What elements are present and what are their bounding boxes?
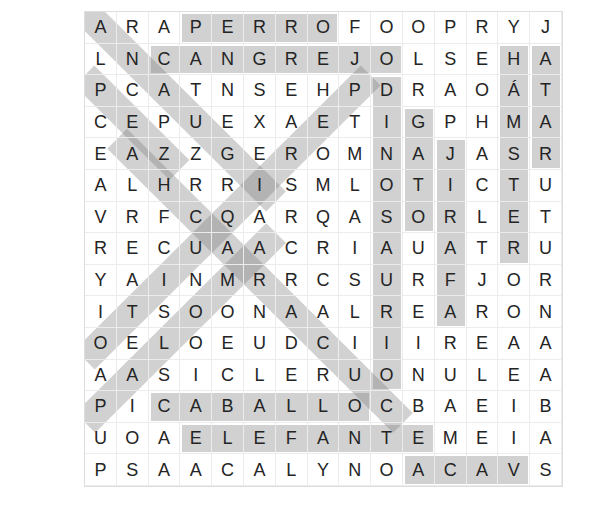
- grid-cell-r7c9[interactable]: A: [339, 202, 371, 234]
- grid-cell-r3c12[interactable]: A: [435, 75, 467, 107]
- grid-cell-r14c9[interactable]: N: [339, 423, 371, 455]
- grid-cell-r7c15[interactable]: T: [530, 202, 562, 234]
- grid-cell-r4c14[interactable]: M: [498, 107, 530, 139]
- grid-cell-r14c8[interactable]: A: [308, 423, 340, 455]
- grid-cell-r15c10[interactable]: O: [371, 454, 403, 486]
- grid-cell-r2c7[interactable]: R: [276, 44, 308, 76]
- grid-cell-r5c8[interactable]: O: [308, 138, 340, 170]
- grid-cell-r3c9[interactable]: P: [339, 75, 371, 107]
- grid-cell-r1c15[interactable]: J: [530, 12, 562, 44]
- grid-cell-r5c14[interactable]: S: [498, 138, 530, 170]
- grid-cell-r12c14[interactable]: E: [498, 360, 530, 392]
- grid-cell-r8c7[interactable]: C: [276, 233, 308, 265]
- grid-cell-r5c13[interactable]: A: [467, 138, 499, 170]
- grid-cell-r3c6[interactable]: S: [244, 75, 276, 107]
- grid-cell-r13c14[interactable]: I: [498, 391, 530, 423]
- grid-cell-r13c4[interactable]: A: [180, 391, 212, 423]
- grid-cell-r4c1[interactable]: C: [85, 107, 117, 139]
- grid-cell-r4c12[interactable]: P: [435, 107, 467, 139]
- grid-cell-r11c9[interactable]: I: [339, 328, 371, 360]
- grid-cell-r5c5[interactable]: G: [212, 138, 244, 170]
- grid-cell-r10c6[interactable]: N: [244, 296, 276, 328]
- grid-cell-r14c13[interactable]: E: [467, 423, 499, 455]
- grid-cell-r10c15[interactable]: N: [530, 296, 562, 328]
- grid-cell-r2c4[interactable]: A: [180, 44, 212, 76]
- grid-cell-r3c13[interactable]: O: [467, 75, 499, 107]
- grid-cell-r3c2[interactable]: C: [117, 75, 149, 107]
- grid-cell-r14c4[interactable]: E: [180, 423, 212, 455]
- grid-cell-r12c3[interactable]: S: [149, 360, 181, 392]
- grid-cell-r6c7[interactable]: S: [276, 170, 308, 202]
- grid-cell-r12c5[interactable]: C: [212, 360, 244, 392]
- grid-cell-r7c2[interactable]: R: [117, 202, 149, 234]
- grid-cell-r9c2[interactable]: A: [117, 265, 149, 297]
- grid-cell-r3c3[interactable]: A: [149, 75, 181, 107]
- grid-cell-r9c5[interactable]: M: [212, 265, 244, 297]
- grid-cell-r14c15[interactable]: A: [530, 423, 562, 455]
- grid-cell-r9c8[interactable]: C: [308, 265, 340, 297]
- grid-cell-r10c8[interactable]: A: [308, 296, 340, 328]
- grid-cell-r1c4[interactable]: P: [180, 12, 212, 44]
- grid-cell-r4c15[interactable]: A: [530, 107, 562, 139]
- grid-cell-r1c3[interactable]: A: [149, 12, 181, 44]
- grid-cell-r7c5[interactable]: Q: [212, 202, 244, 234]
- grid-cell-r13c5[interactable]: B: [212, 391, 244, 423]
- grid-cell-r15c3[interactable]: A: [149, 454, 181, 486]
- grid-cell-r5c6[interactable]: E: [244, 138, 276, 170]
- grid-cell-r10c7[interactable]: A: [276, 296, 308, 328]
- grid-cell-r6c9[interactable]: L: [339, 170, 371, 202]
- grid-cell-r13c3[interactable]: C: [149, 391, 181, 423]
- grid-cell-r8c8[interactable]: R: [308, 233, 340, 265]
- grid-cell-r2c5[interactable]: N: [212, 44, 244, 76]
- grid-cell-r15c12[interactable]: C: [435, 454, 467, 486]
- grid-cell-r15c7[interactable]: L: [276, 454, 308, 486]
- grid-cell-r14c3[interactable]: A: [149, 423, 181, 455]
- grid-cell-r13c13[interactable]: E: [467, 391, 499, 423]
- grid-cell-r7c10[interactable]: S: [371, 202, 403, 234]
- grid-cell-r4c10[interactable]: I: [371, 107, 403, 139]
- grid-cell-r2c2[interactable]: N: [117, 44, 149, 76]
- grid-cell-r5c1[interactable]: E: [85, 138, 117, 170]
- grid-cell-r12c4[interactable]: I: [180, 360, 212, 392]
- grid-cell-r11c11[interactable]: I: [403, 328, 435, 360]
- grid-cell-r5c4[interactable]: Z: [180, 138, 212, 170]
- grid-cell-r14c10[interactable]: T: [371, 423, 403, 455]
- grid-cell-r5c3[interactable]: Z: [149, 138, 181, 170]
- grid-cell-r13c10[interactable]: C: [371, 391, 403, 423]
- grid-cell-r3c4[interactable]: T: [180, 75, 212, 107]
- grid-cell-r10c13[interactable]: R: [467, 296, 499, 328]
- grid-cell-r7c1[interactable]: V: [85, 202, 117, 234]
- grid-cell-r13c7[interactable]: L: [276, 391, 308, 423]
- grid-cell-r13c9[interactable]: O: [339, 391, 371, 423]
- grid-cell-r8c13[interactable]: T: [467, 233, 499, 265]
- grid-cell-r3c5[interactable]: N: [212, 75, 244, 107]
- grid-cell-r14c2[interactable]: O: [117, 423, 149, 455]
- grid-cell-r2c8[interactable]: E: [308, 44, 340, 76]
- grid-cell-r15c1[interactable]: P: [85, 454, 117, 486]
- grid-cell-r13c8[interactable]: L: [308, 391, 340, 423]
- grid-cell-r8c4[interactable]: U: [180, 233, 212, 265]
- grid-cell-r2c3[interactable]: C: [149, 44, 181, 76]
- grid-cell-r11c13[interactable]: E: [467, 328, 499, 360]
- grid-cell-r7c11[interactable]: O: [403, 202, 435, 234]
- grid-cell-r3c1[interactable]: P: [85, 75, 117, 107]
- grid-cell-r4c7[interactable]: A: [276, 107, 308, 139]
- grid-cell-r7c7[interactable]: R: [276, 202, 308, 234]
- grid-cell-r10c14[interactable]: O: [498, 296, 530, 328]
- grid-cell-r4c6[interactable]: X: [244, 107, 276, 139]
- grid-cell-r2c1[interactable]: L: [85, 44, 117, 76]
- grid-cell-r15c8[interactable]: Y: [308, 454, 340, 486]
- grid-cell-r7c13[interactable]: L: [467, 202, 499, 234]
- grid-cell-r2c10[interactable]: O: [371, 44, 403, 76]
- grid-cell-r10c1[interactable]: I: [85, 296, 117, 328]
- grid-cell-r1c13[interactable]: R: [467, 12, 499, 44]
- grid-cell-r1c2[interactable]: R: [117, 12, 149, 44]
- grid-cell-r5c15[interactable]: R: [530, 138, 562, 170]
- grid-cell-r1c1[interactable]: A: [85, 12, 117, 44]
- grid-cell-r11c14[interactable]: A: [498, 328, 530, 360]
- grid-cell-r8c6[interactable]: A: [244, 233, 276, 265]
- grid-cell-r6c12[interactable]: I: [435, 170, 467, 202]
- grid-cell-r8c5[interactable]: A: [212, 233, 244, 265]
- grid-cell-r8c9[interactable]: I: [339, 233, 371, 265]
- grid-cell-r12c8[interactable]: R: [308, 360, 340, 392]
- grid-cell-r15c15[interactable]: S: [530, 454, 562, 486]
- grid-cell-r9c12[interactable]: F: [435, 265, 467, 297]
- grid-cell-r3c8[interactable]: H: [308, 75, 340, 107]
- grid-cell-r6c6[interactable]: I: [244, 170, 276, 202]
- grid-cell-r10c4[interactable]: O: [180, 296, 212, 328]
- letter-grid: ARAPERROFOOPRYJLNCANGREJOLSEHAPCATNSEHPD…: [85, 12, 562, 486]
- grid-cell-r11c4[interactable]: O: [180, 328, 212, 360]
- grid-cell-r7c3[interactable]: F: [149, 202, 181, 234]
- grid-cell-r15c13[interactable]: A: [467, 454, 499, 486]
- grid-cell-r9c7[interactable]: R: [276, 265, 308, 297]
- grid-cell-r12c12[interactable]: U: [435, 360, 467, 392]
- grid-cell-r5c7[interactable]: R: [276, 138, 308, 170]
- grid-cell-r4c2[interactable]: E: [117, 107, 149, 139]
- grid-cell-r4c5[interactable]: E: [212, 107, 244, 139]
- grid-cell-r6c1[interactable]: A: [85, 170, 117, 202]
- grid-cell-r1c6[interactable]: R: [244, 12, 276, 44]
- grid-cell-r14c1[interactable]: U: [85, 423, 117, 455]
- grid-cell-r11c8[interactable]: C: [308, 328, 340, 360]
- grid-cell-r4c4[interactable]: U: [180, 107, 212, 139]
- grid-cell-r12c9[interactable]: U: [339, 360, 371, 392]
- grid-cell-r3c7[interactable]: E: [276, 75, 308, 107]
- grid-cell-r8c10[interactable]: A: [371, 233, 403, 265]
- grid-cell-r6c13[interactable]: C: [467, 170, 499, 202]
- grid-cell-r9c4[interactable]: N: [180, 265, 212, 297]
- grid-cell-r11c2[interactable]: E: [117, 328, 149, 360]
- grid-cell-r13c15[interactable]: B: [530, 391, 562, 423]
- grid-cell-r12c6[interactable]: L: [244, 360, 276, 392]
- grid-cell-r5c12[interactable]: J: [435, 138, 467, 170]
- grid-cell-r11c12[interactable]: R: [435, 328, 467, 360]
- grid-cell-r1c12[interactable]: P: [435, 12, 467, 44]
- grid-cell-r12c15[interactable]: A: [530, 360, 562, 392]
- grid-cell-r8c11[interactable]: U: [403, 233, 435, 265]
- grid-cell-r10c12[interactable]: A: [435, 296, 467, 328]
- grid-cell-r15c9[interactable]: N: [339, 454, 371, 486]
- grid-cell-r2c9[interactable]: J: [339, 44, 371, 76]
- grid-cell-r12c1[interactable]: A: [85, 360, 117, 392]
- grid-cell-r9c15[interactable]: R: [530, 265, 562, 297]
- grid-cell-r4c11[interactable]: G: [403, 107, 435, 139]
- grid-cell-r1c7[interactable]: R: [276, 12, 308, 44]
- grid-cell-r3c10[interactable]: D: [371, 75, 403, 107]
- grid-cell-r8c12[interactable]: A: [435, 233, 467, 265]
- grid-cell-r2c12[interactable]: S: [435, 44, 467, 76]
- grid-cell-r12c13[interactable]: L: [467, 360, 499, 392]
- word-search-board: ARAPERROFOOPRYJLNCANGREJOLSEHAPCATNSEHPD…: [84, 11, 563, 487]
- grid-cell-r11c3[interactable]: L: [149, 328, 181, 360]
- grid-cell-r11c1[interactable]: O: [85, 328, 117, 360]
- grid-cell-r12c7[interactable]: E: [276, 360, 308, 392]
- grid-cell-r7c6[interactable]: A: [244, 202, 276, 234]
- grid-cell-r8c15[interactable]: U: [530, 233, 562, 265]
- grid-cell-r13c2[interactable]: I: [117, 391, 149, 423]
- grid-cell-r6c14[interactable]: T: [498, 170, 530, 202]
- grid-cell-r10c5[interactable]: O: [212, 296, 244, 328]
- grid-cell-r13c1[interactable]: P: [85, 391, 117, 423]
- grid-cell-r9c9[interactable]: S: [339, 265, 371, 297]
- grid-cell-r11c15[interactable]: A: [530, 328, 562, 360]
- grid-cell-r6c4[interactable]: R: [180, 170, 212, 202]
- grid-cell-r11c7[interactable]: D: [276, 328, 308, 360]
- grid-cell-r12c11[interactable]: N: [403, 360, 435, 392]
- grid-cell-r1c5[interactable]: E: [212, 12, 244, 44]
- grid-cell-r11c5[interactable]: E: [212, 328, 244, 360]
- grid-cell-r3c14[interactable]: Á: [498, 75, 530, 107]
- grid-cell-r2c15[interactable]: A: [530, 44, 562, 76]
- grid-cell-r5c11[interactable]: A: [403, 138, 435, 170]
- grid-cell-r4c8[interactable]: E: [308, 107, 340, 139]
- grid-cell-r8c1[interactable]: R: [85, 233, 117, 265]
- grid-cell-r6c5[interactable]: R: [212, 170, 244, 202]
- grid-cell-r3c11[interactable]: R: [403, 75, 435, 107]
- grid-cell-r14c7[interactable]: F: [276, 423, 308, 455]
- grid-cell-r6c2[interactable]: L: [117, 170, 149, 202]
- grid-cell-r11c6[interactable]: U: [244, 328, 276, 360]
- grid-cell-r1c8[interactable]: O: [308, 12, 340, 44]
- grid-cell-r15c5[interactable]: C: [212, 454, 244, 486]
- grid-cell-r5c2[interactable]: A: [117, 138, 149, 170]
- grid-cell-r11c10[interactable]: I: [371, 328, 403, 360]
- grid-cell-r3c15[interactable]: T: [530, 75, 562, 107]
- grid-cell-r10c3[interactable]: S: [149, 296, 181, 328]
- grid-cell-r14c14[interactable]: I: [498, 423, 530, 455]
- grid-cell-r13c12[interactable]: A: [435, 391, 467, 423]
- grid-cell-r13c6[interactable]: A: [244, 391, 276, 423]
- grid-cell-r10c9[interactable]: L: [339, 296, 371, 328]
- grid-cell-r2c14[interactable]: H: [498, 44, 530, 76]
- grid-cell-r7c12[interactable]: R: [435, 202, 467, 234]
- grid-cell-r13c11[interactable]: B: [403, 391, 435, 423]
- grid-cell-r9c14[interactable]: O: [498, 265, 530, 297]
- grid-cell-r7c8[interactable]: Q: [308, 202, 340, 234]
- grid-cell-r8c14[interactable]: R: [498, 233, 530, 265]
- grid-cell-r15c14[interactable]: V: [498, 454, 530, 486]
- grid-cell-r7c4[interactable]: C: [180, 202, 212, 234]
- grid-cell-r9c13[interactable]: J: [467, 265, 499, 297]
- grid-cell-r4c13[interactable]: H: [467, 107, 499, 139]
- grid-cell-r12c10[interactable]: O: [371, 360, 403, 392]
- grid-cell-r9c10[interactable]: U: [371, 265, 403, 297]
- grid-cell-r15c2[interactable]: S: [117, 454, 149, 486]
- grid-cell-r7c14[interactable]: E: [498, 202, 530, 234]
- grid-cell-r6c8[interactable]: M: [308, 170, 340, 202]
- grid-cell-r6c3[interactable]: H: [149, 170, 181, 202]
- grid-cell-r10c10[interactable]: R: [371, 296, 403, 328]
- grid-cell-r2c11[interactable]: L: [403, 44, 435, 76]
- grid-cell-r12c2[interactable]: A: [117, 360, 149, 392]
- grid-cell-r15c6[interactable]: A: [244, 454, 276, 486]
- grid-cell-r5c9[interactable]: M: [339, 138, 371, 170]
- grid-cell-r5c10[interactable]: N: [371, 138, 403, 170]
- grid-cell-r14c11[interactable]: E: [403, 423, 435, 455]
- grid-cell-r10c11[interactable]: E: [403, 296, 435, 328]
- grid-cell-r14c12[interactable]: M: [435, 423, 467, 455]
- grid-cell-r2c13[interactable]: E: [467, 44, 499, 76]
- grid-cell-r14c5[interactable]: L: [212, 423, 244, 455]
- grid-cell-r9c11[interactable]: R: [403, 265, 435, 297]
- grid-cell-r10c2[interactable]: T: [117, 296, 149, 328]
- grid-cell-r1c14[interactable]: Y: [498, 12, 530, 44]
- grid-cell-r1c9[interactable]: F: [339, 12, 371, 44]
- grid-cell-r2c6[interactable]: G: [244, 44, 276, 76]
- grid-cell-r8c3[interactable]: C: [149, 233, 181, 265]
- grid-cell-r14c6[interactable]: E: [244, 423, 276, 455]
- grid-cell-r15c11[interactable]: A: [403, 454, 435, 486]
- grid-cell-r9c1[interactable]: Y: [85, 265, 117, 297]
- grid-cell-r4c9[interactable]: T: [339, 107, 371, 139]
- grid-cell-r6c11[interactable]: T: [403, 170, 435, 202]
- grid-cell-r6c10[interactable]: O: [371, 170, 403, 202]
- grid-cell-r4c3[interactable]: P: [149, 107, 181, 139]
- grid-cell-r9c6[interactable]: R: [244, 265, 276, 297]
- grid-cell-r15c4[interactable]: A: [180, 454, 212, 486]
- grid-cell-r8c2[interactable]: E: [117, 233, 149, 265]
- grid-cell-r1c11[interactable]: O: [403, 12, 435, 44]
- grid-cell-r6c15[interactable]: U: [530, 170, 562, 202]
- grid-cell-r9c3[interactable]: I: [149, 265, 181, 297]
- grid-cell-r1c10[interactable]: O: [371, 12, 403, 44]
